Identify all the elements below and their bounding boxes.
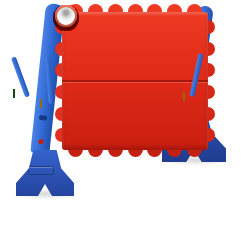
yellow-disc — [183, 92, 185, 101]
green-disc — [13, 89, 15, 98]
left-post-slot — [39, 115, 47, 121]
giant-connect-four-photo — [0, 0, 250, 250]
board-middle-seam — [62, 80, 208, 82]
yellow-disc — [40, 99, 42, 108]
left-foot-emboss — [28, 166, 54, 175]
empty-slot — [57, 7, 75, 25]
left-post-screw — [38, 139, 43, 144]
